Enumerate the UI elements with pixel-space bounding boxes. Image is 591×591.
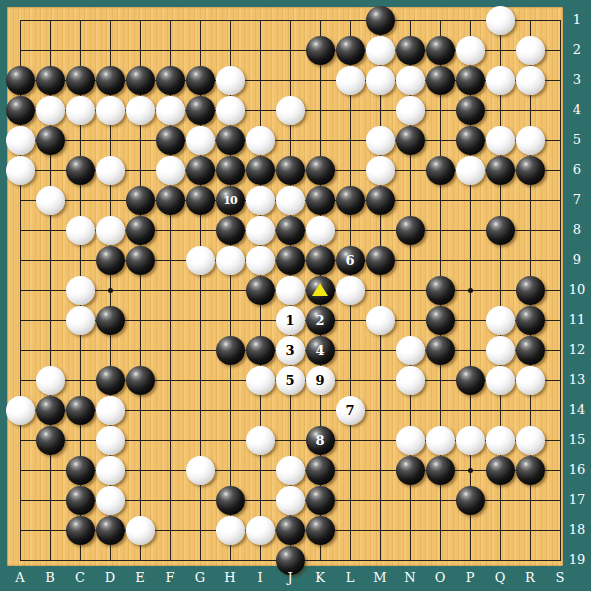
stone-white [216, 96, 245, 125]
stone-white [216, 516, 245, 545]
stone-white [486, 6, 515, 35]
stone-white [486, 426, 515, 455]
stone-white [516, 126, 545, 155]
stone-white [246, 186, 275, 215]
stone-black [186, 186, 215, 215]
stone-black [96, 66, 125, 95]
stone-black [6, 96, 35, 125]
stone-black [306, 36, 335, 65]
stone-white: 1 [276, 306, 305, 335]
stone-white [246, 126, 275, 155]
column-label: E [130, 570, 150, 585]
stone-black [186, 156, 215, 185]
stone-white [126, 516, 155, 545]
stone-black [96, 366, 125, 395]
row-label: 17 [564, 492, 590, 508]
stone-white [216, 246, 245, 275]
stone-black [276, 516, 305, 545]
stone-black [516, 306, 545, 335]
column-label: O [430, 570, 450, 585]
move-number-label: 7 [345, 404, 354, 417]
stone-black [306, 156, 335, 185]
stone-black [96, 306, 125, 335]
stone-white [66, 306, 95, 335]
stone-white [66, 96, 95, 125]
stone-black [66, 516, 95, 545]
triangle-marker [312, 283, 328, 296]
stone-black [426, 156, 455, 185]
row-label: 10 [564, 282, 590, 298]
stone-black [516, 456, 545, 485]
stone-black [336, 36, 365, 65]
column-label: D [100, 570, 120, 585]
stone-black [306, 486, 335, 515]
column-label: F [160, 570, 180, 585]
stone-white [36, 96, 65, 125]
stone-black [306, 186, 335, 215]
column-label: J [280, 570, 300, 585]
stone-white [36, 186, 65, 215]
stone-white [396, 336, 425, 365]
stone-black: 4 [306, 336, 335, 365]
row-label: 19 [564, 552, 590, 568]
row-label: 14 [564, 402, 590, 418]
stone-white: 7 [336, 396, 365, 425]
column-label: P [460, 570, 480, 585]
row-label: 3 [564, 72, 590, 88]
stone-white: 9 [306, 366, 335, 395]
stone-black: 8 [306, 426, 335, 455]
stone-white [366, 66, 395, 95]
move-number-label: 1 [285, 314, 294, 327]
stone-white [36, 366, 65, 395]
stone-white [516, 426, 545, 455]
stone-white [366, 126, 395, 155]
column-label: H [220, 570, 240, 585]
stone-white [186, 126, 215, 155]
go-diagram: 10612345978 ABCDEFGHIJKLMNOPQRS 12345678… [0, 0, 591, 591]
stone-white [336, 276, 365, 305]
stone-white [366, 156, 395, 185]
stone-white [366, 306, 395, 335]
stone-black [306, 456, 335, 485]
stone-black [66, 396, 95, 425]
row-label: 6 [564, 162, 590, 178]
row-label: 4 [564, 102, 590, 118]
stone-black [36, 66, 65, 95]
row-label: 11 [564, 312, 590, 328]
stone-white [336, 66, 365, 95]
move-number-label: 8 [315, 434, 324, 447]
stone-black [246, 336, 275, 365]
stone-white [66, 276, 95, 305]
stone-white [396, 426, 425, 455]
stone-black [276, 156, 305, 185]
stone-black [426, 306, 455, 335]
stone-black [276, 246, 305, 275]
stone-black [516, 276, 545, 305]
row-label: 1 [564, 12, 590, 28]
stone-white [6, 396, 35, 425]
stone-black [126, 186, 155, 215]
stone-white [96, 456, 125, 485]
stone-white [6, 126, 35, 155]
stone-black [276, 216, 305, 245]
stone-black [66, 486, 95, 515]
stone-white [186, 456, 215, 485]
stone-white [186, 246, 215, 275]
row-label: 2 [564, 42, 590, 58]
stone-black [96, 246, 125, 275]
stone-white [96, 156, 125, 185]
stone-black [36, 126, 65, 155]
move-number-label: 4 [315, 344, 324, 357]
stone-white [276, 96, 305, 125]
stone-black [156, 126, 185, 155]
stone-white [246, 246, 275, 275]
column-label: C [70, 570, 90, 585]
stone-white [456, 156, 485, 185]
move-number-label: 9 [315, 374, 324, 387]
grid-line-vertical [560, 20, 561, 561]
stone-white [216, 66, 245, 95]
stone-black [36, 426, 65, 455]
row-label: 18 [564, 522, 590, 538]
stone-black [396, 126, 425, 155]
column-label: A [10, 570, 30, 585]
stone-black [306, 276, 335, 305]
stone-black [306, 516, 335, 545]
stone-black [126, 366, 155, 395]
stone-black: 2 [306, 306, 335, 335]
row-label: 16 [564, 462, 590, 478]
column-label: G [190, 570, 210, 585]
column-label: R [520, 570, 540, 585]
stone-black [456, 96, 485, 125]
stone-black [516, 156, 545, 185]
stone-black [366, 186, 395, 215]
stone-black: 6 [336, 246, 365, 275]
stone-white [96, 486, 125, 515]
row-label: 12 [564, 342, 590, 358]
stone-white [366, 36, 395, 65]
stone-white [276, 276, 305, 305]
stone-white [96, 396, 125, 425]
stone-white [126, 96, 155, 125]
stone-black [396, 456, 425, 485]
column-label: I [250, 570, 270, 585]
stone-white [246, 426, 275, 455]
row-label: 9 [564, 252, 590, 268]
stone-white [96, 426, 125, 455]
stone-black [486, 456, 515, 485]
stone-black [426, 36, 455, 65]
stone-black [216, 336, 245, 365]
star-point [468, 468, 473, 473]
stone-black [66, 156, 95, 185]
stone-white [96, 216, 125, 245]
stone-black [306, 246, 335, 275]
stone-white [276, 186, 305, 215]
column-label: K [310, 570, 330, 585]
stone-black [426, 66, 455, 95]
stone-white [246, 216, 275, 245]
stone-white: 3 [276, 336, 305, 365]
stone-white [66, 216, 95, 245]
stone-black [486, 216, 515, 245]
stone-black [66, 66, 95, 95]
stone-black [456, 366, 485, 395]
stone-black [336, 186, 365, 215]
stone-black [366, 246, 395, 275]
stone-black [216, 156, 245, 185]
stone-black [186, 66, 215, 95]
stone-black [216, 486, 245, 515]
stone-black [216, 126, 245, 155]
stone-black [456, 126, 485, 155]
row-label: 8 [564, 222, 590, 238]
stone-black [426, 336, 455, 365]
stone-white [516, 36, 545, 65]
column-label: S [550, 570, 570, 585]
column-label: N [400, 570, 420, 585]
stone-white [516, 366, 545, 395]
column-label: M [370, 570, 390, 585]
stone-white [6, 156, 35, 185]
stone-white [396, 66, 425, 95]
stone-white [516, 66, 545, 95]
stone-white [96, 96, 125, 125]
stone-white [486, 126, 515, 155]
star-point [108, 288, 113, 293]
stone-black [66, 456, 95, 485]
stone-white [276, 486, 305, 515]
row-label: 7 [564, 192, 590, 208]
goban-board[interactable]: 10612345978 [7, 7, 563, 566]
stone-white [486, 306, 515, 335]
stone-black [246, 276, 275, 305]
column-label: Q [490, 570, 510, 585]
stone-black [396, 36, 425, 65]
move-number-label: 10 [223, 194, 236, 207]
row-label: 13 [564, 372, 590, 388]
move-number-label: 6 [345, 254, 354, 267]
stone-black [126, 216, 155, 245]
stone-black [186, 96, 215, 125]
row-label: 15 [564, 432, 590, 448]
stone-white [156, 96, 185, 125]
stone-black [126, 66, 155, 95]
stone-black [156, 186, 185, 215]
stone-black [156, 66, 185, 95]
stone-black [126, 246, 155, 275]
row-label: 5 [564, 132, 590, 148]
stone-black [426, 276, 455, 305]
stone-black [246, 156, 275, 185]
stone-white [456, 36, 485, 65]
stone-white [426, 426, 455, 455]
stone-black [426, 456, 455, 485]
stone-white [156, 156, 185, 185]
star-point [468, 288, 473, 293]
move-number-label: 2 [315, 314, 324, 327]
stone-black [6, 66, 35, 95]
stone-white [486, 66, 515, 95]
stone-white [456, 426, 485, 455]
stone-black [366, 6, 395, 35]
stone-white [486, 366, 515, 395]
stone-white [306, 216, 335, 245]
stone-white [276, 456, 305, 485]
move-number-label: 5 [285, 374, 294, 387]
stone-black [456, 486, 485, 515]
stone-black: 10 [216, 186, 245, 215]
stone-black [516, 336, 545, 365]
stone-white [396, 366, 425, 395]
stone-black [396, 216, 425, 245]
column-label: L [340, 570, 360, 585]
column-label: B [40, 570, 60, 585]
stone-black [486, 156, 515, 185]
move-number-label: 3 [285, 344, 294, 357]
stone-black [216, 216, 245, 245]
stone-white [486, 336, 515, 365]
stone-white: 5 [276, 366, 305, 395]
stone-black [456, 66, 485, 95]
stone-white [246, 516, 275, 545]
stone-white [246, 366, 275, 395]
grid-line-vertical [380, 20, 381, 561]
stone-black [96, 516, 125, 545]
stone-black [36, 396, 65, 425]
stone-white [396, 96, 425, 125]
